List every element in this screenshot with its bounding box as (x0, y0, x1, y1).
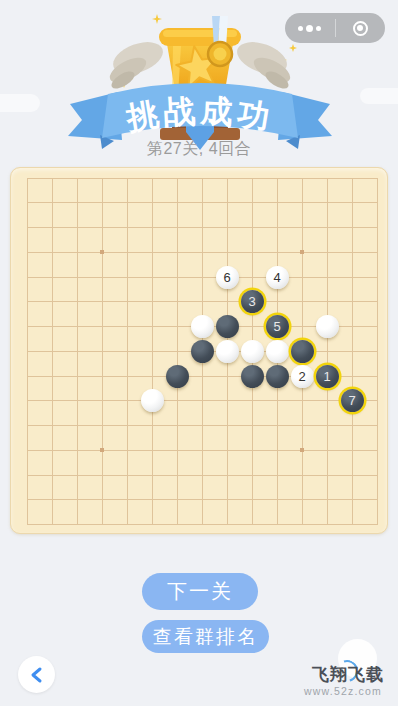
stone-white-move-4: 4 (266, 266, 289, 289)
stone-black-move-5: 5 (266, 315, 289, 338)
next-level-button[interactable]: 下一关 (142, 573, 258, 610)
stone-black (266, 365, 289, 388)
stone-white (141, 389, 164, 412)
stone-white (316, 315, 339, 338)
stone-black (291, 340, 314, 363)
cloud-decoration-right (360, 88, 398, 104)
stone-black (216, 315, 239, 338)
stone-black (241, 365, 264, 388)
stone-white (191, 315, 214, 338)
stone-white (241, 340, 264, 363)
board: 6435217 (10, 167, 388, 534)
trophy-banner: 挑战成功 (40, 8, 360, 158)
cloud-decoration-left (0, 94, 40, 112)
back-button[interactable] (18, 656, 55, 693)
watermark-url: www.52z.com (304, 685, 382, 697)
stone-black-move-7: 7 (341, 389, 364, 412)
chevron-left-icon (29, 666, 45, 684)
stone-white (216, 340, 239, 363)
level-round-text: 第27关, 4回合 (0, 139, 398, 160)
app-screen: 挑战成功 第27关, 4回合 6435217 下一关 查看群排名 飞翔飞载 ww… (0, 0, 398, 706)
watermark-title: 飞翔飞载 (312, 663, 384, 686)
stone-white-move-2: 2 (291, 365, 314, 388)
stone-white (266, 340, 289, 363)
stone-black (191, 340, 214, 363)
stone-black (166, 365, 189, 388)
group-ranking-button[interactable]: 查看群排名 (142, 620, 269, 653)
stone-black-move-3: 3 (241, 290, 264, 313)
stone-white-move-6: 6 (216, 266, 239, 289)
stone-black-move-1: 1 (316, 365, 339, 388)
